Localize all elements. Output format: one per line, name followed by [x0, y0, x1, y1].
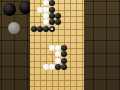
background-black-stone [3, 3, 16, 16]
black-stone [49, 7, 55, 13]
go-board[interactable] [30, 0, 84, 90]
grid-line-vertical [70, 0, 71, 90]
grid-line-horizontal [30, 35, 84, 36]
background-grid-line-horizontal [84, 1, 120, 2]
grid-line-horizontal [30, 3, 84, 4]
black-stone [61, 58, 67, 64]
black-stone [55, 13, 61, 19]
black-stone [55, 19, 61, 25]
grid-line-horizontal [30, 42, 84, 43]
grid-line-vertical [82, 0, 83, 90]
black-stone [61, 45, 67, 51]
background-gray-stone [8, 22, 20, 34]
background-grid-line-horizontal [84, 79, 120, 80]
background-grid-line-horizontal [0, 53, 30, 54]
black-stone [61, 64, 67, 70]
grid-line-horizontal [30, 80, 84, 81]
grid-line-horizontal [30, 86, 84, 87]
background-board-left [0, 0, 30, 90]
background-grid-line-horizontal [0, 66, 30, 67]
background-grid-line-horizontal [84, 40, 120, 41]
go-app-screenshot [0, 0, 120, 90]
black-stone [49, 26, 55, 32]
grid-line-horizontal [30, 74, 84, 75]
grid-line-vertical [40, 0, 41, 90]
background-grid-line-horizontal [84, 27, 120, 28]
black-stone [49, 0, 55, 6]
background-grid-line-horizontal [0, 79, 30, 80]
grid-line-vertical [34, 0, 35, 90]
background-board-right [84, 0, 120, 90]
background-grid-line-horizontal [84, 53, 120, 54]
grid-line-vertical [76, 0, 77, 90]
last-move-marker [51, 28, 53, 30]
background-grid-line-horizontal [0, 40, 30, 41]
background-grid-line-horizontal [84, 66, 120, 67]
black-stone [61, 51, 67, 57]
background-grid-line-horizontal [84, 14, 120, 15]
